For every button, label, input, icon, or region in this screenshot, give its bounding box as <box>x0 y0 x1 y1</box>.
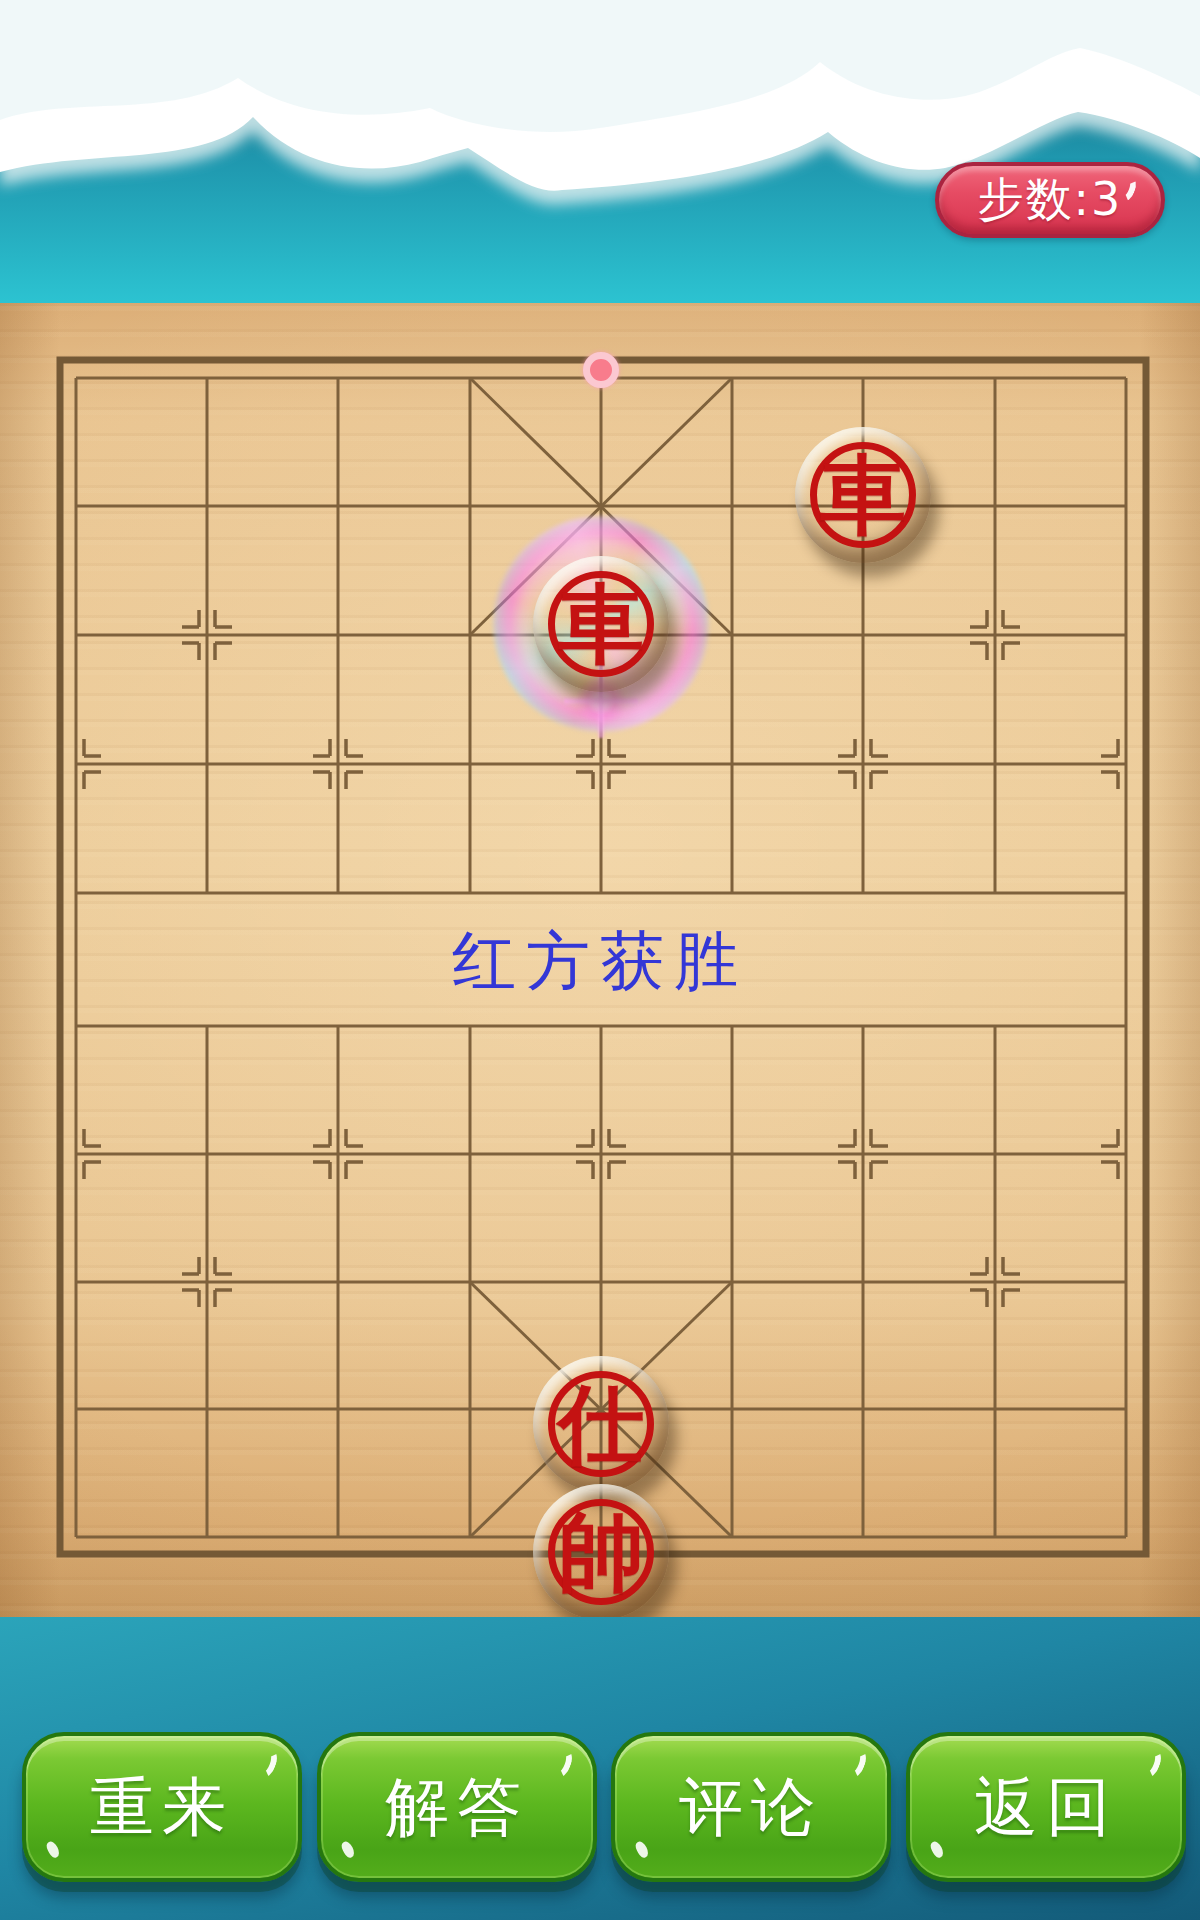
button-glint <box>929 1840 946 1860</box>
move-count-badge: 步数:3 <box>935 162 1165 238</box>
piece-red-chariot[interactable]: 車 <box>533 556 669 692</box>
restart-button-label: 重来 <box>90 1764 234 1851</box>
winner-banner: 红方获胜 <box>0 915 1200 1007</box>
piece-character: 仕 <box>533 1356 669 1492</box>
last-move-origin-marker <box>583 352 619 388</box>
solution-button[interactable]: 解答 <box>317 1732 597 1882</box>
button-glint <box>1137 1746 1164 1780</box>
button-glint <box>634 1840 651 1860</box>
button-glint <box>253 1746 280 1780</box>
solution-button-label: 解答 <box>385 1764 529 1851</box>
button-glint <box>548 1746 575 1780</box>
piece-character: 車 <box>795 427 931 563</box>
button-glint <box>45 1840 62 1860</box>
sky-background <box>0 0 1200 303</box>
comment-button[interactable]: 评论 <box>611 1732 891 1882</box>
bottom-menu-bar: 重来 解答 评论 返回 <box>0 1617 1200 1920</box>
button-glint <box>340 1840 357 1860</box>
xiangqi-board[interactable]: 車車仕帥 红方获胜 <box>0 303 1200 1617</box>
piece-red-chariot[interactable]: 車 <box>795 427 931 563</box>
piece-red-general[interactable]: 帥 <box>533 1484 669 1620</box>
piece-red-advisor[interactable]: 仕 <box>533 1356 669 1492</box>
button-glint <box>842 1746 869 1780</box>
piece-character: 車 <box>533 556 669 692</box>
move-count-label: 步数:3 <box>978 169 1123 231</box>
waves-graphic <box>0 0 1200 303</box>
restart-button[interactable]: 重来 <box>22 1732 302 1882</box>
back-button[interactable]: 返回 <box>906 1732 1186 1882</box>
comment-button-label: 评论 <box>679 1764 823 1851</box>
piece-character: 帥 <box>533 1484 669 1620</box>
back-button-label: 返回 <box>974 1764 1118 1851</box>
game-screen: 步数:3 車車仕帥 红方获胜 重来 解答 评论 返回 <box>0 0 1200 1920</box>
